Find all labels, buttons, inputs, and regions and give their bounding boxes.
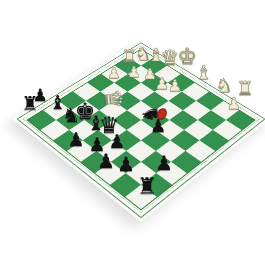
chess-board bbox=[26, 49, 255, 211]
chess-set-photo: ♟♜♞♝♛♚♟♟♟♟♝♞♜♟♛♟♜♝♞♚♝♛♟♟♟♟♟♟♟♜♞ bbox=[0, 0, 265, 265]
white-rook: ♜ bbox=[236, 79, 253, 98]
vinyl-chess-mat bbox=[12, 40, 265, 222]
